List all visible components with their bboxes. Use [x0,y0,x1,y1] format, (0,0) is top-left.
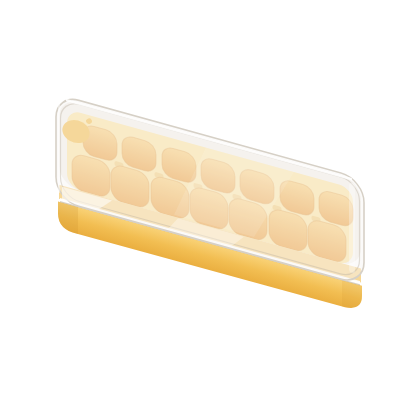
product-photo [0,0,416,416]
lid-right-end-highlight [349,182,355,274]
product-photo-canvas [0,0,416,416]
